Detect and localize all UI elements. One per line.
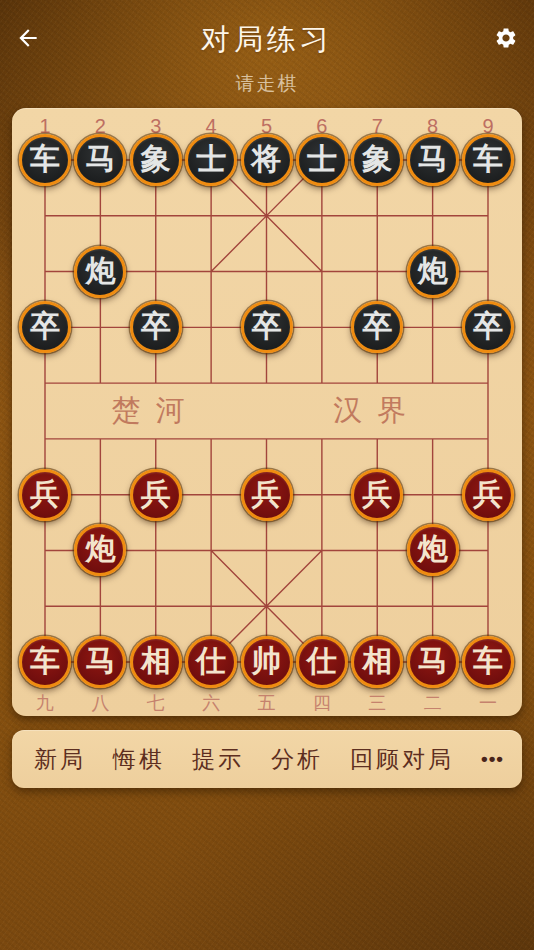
undo-button[interactable]: 悔棋 <box>113 744 165 775</box>
piece-glyph: 炮 <box>85 534 115 564</box>
new-game-button[interactable]: 新局 <box>34 744 86 775</box>
piece-glyph: 卒 <box>362 311 392 341</box>
piece-glyph: 兵 <box>30 479 60 509</box>
piece-red-车[interactable]: 车 <box>462 636 514 688</box>
piece-black-将[interactable]: 将 <box>241 134 293 186</box>
piece-black-马[interactable]: 马 <box>407 134 459 186</box>
piece-black-卒[interactable]: 卒 <box>462 301 514 353</box>
river-label-right: 汉界 <box>333 391 421 431</box>
piece-red-仕[interactable]: 仕 <box>185 636 237 688</box>
piece-glyph: 兵 <box>252 479 282 509</box>
bottom-toolbar: 新局悔棋提示分析回顾对局••• <box>12 730 522 788</box>
piece-red-马[interactable]: 马 <box>407 636 459 688</box>
piece-red-炮[interactable]: 炮 <box>407 524 459 576</box>
more-button[interactable]: ••• <box>481 748 504 770</box>
settings-button[interactable] <box>486 18 526 58</box>
piece-red-兵[interactable]: 兵 <box>462 469 514 521</box>
piece-black-卒[interactable]: 卒 <box>241 301 293 353</box>
review-game-button[interactable]: 回顾对局 <box>350 744 454 775</box>
piece-glyph: 马 <box>418 144 448 174</box>
river-label-left: 楚河 <box>112 391 200 431</box>
piece-black-炮[interactable]: 炮 <box>74 246 126 298</box>
piece-black-象[interactable]: 象 <box>130 134 182 186</box>
piece-glyph: 卒 <box>141 311 171 341</box>
file-label-bottom: 二 <box>424 691 442 715</box>
piece-glyph: 士 <box>196 144 226 174</box>
piece-glyph: 相 <box>362 646 392 676</box>
file-label-bottom: 九 <box>36 691 54 715</box>
piece-black-象[interactable]: 象 <box>351 134 403 186</box>
piece-glyph: 马 <box>418 646 448 676</box>
piece-glyph: 车 <box>30 646 60 676</box>
piece-red-炮[interactable]: 炮 <box>74 524 126 576</box>
piece-glyph: 炮 <box>85 256 115 286</box>
file-label-bottom: 三 <box>368 691 386 715</box>
piece-red-相[interactable]: 相 <box>351 636 403 688</box>
piece-red-兵[interactable]: 兵 <box>351 469 403 521</box>
piece-red-车[interactable]: 车 <box>19 636 71 688</box>
piece-glyph: 象 <box>141 144 171 174</box>
analyze-button[interactable]: 分析 <box>271 744 323 775</box>
piece-glyph: 仕 <box>307 646 337 676</box>
piece-glyph: 兵 <box>141 479 171 509</box>
piece-glyph: 马 <box>85 144 115 174</box>
piece-black-车[interactable]: 车 <box>462 134 514 186</box>
piece-black-马[interactable]: 马 <box>74 134 126 186</box>
piece-black-卒[interactable]: 卒 <box>130 301 182 353</box>
app-bar: 对局练习 <box>0 0 534 60</box>
piece-black-卒[interactable]: 卒 <box>351 301 403 353</box>
piece-black-士[interactable]: 士 <box>296 134 348 186</box>
file-label-bottom: 四 <box>313 691 331 715</box>
piece-glyph: 象 <box>362 144 392 174</box>
piece-red-马[interactable]: 马 <box>74 636 126 688</box>
piece-glyph: 仕 <box>196 646 226 676</box>
gear-icon <box>494 26 518 50</box>
piece-glyph: 帅 <box>252 646 282 676</box>
file-label-bottom: 八 <box>91 691 109 715</box>
piece-glyph: 士 <box>307 144 337 174</box>
file-label-bottom: 一 <box>479 691 497 715</box>
piece-black-车[interactable]: 车 <box>19 134 71 186</box>
piece-glyph: 卒 <box>252 311 282 341</box>
file-label-bottom: 六 <box>202 691 220 715</box>
piece-glyph: 车 <box>30 144 60 174</box>
piece-black-士[interactable]: 士 <box>185 134 237 186</box>
piece-black-炮[interactable]: 炮 <box>407 246 459 298</box>
piece-glyph: 兵 <box>362 479 392 509</box>
piece-glyph: 马 <box>85 646 115 676</box>
piece-glyph: 兵 <box>473 479 503 509</box>
piece-glyph: 将 <box>252 144 282 174</box>
piece-glyph: 炮 <box>418 534 448 564</box>
status-text: 请走棋 <box>0 71 534 97</box>
piece-glyph: 卒 <box>30 311 60 341</box>
xiangqi-board[interactable]: 123456789 楚河 汉界 车马象士将士象马车炮炮卒卒卒卒卒兵兵兵兵兵炮炮车… <box>12 108 522 716</box>
piece-red-仕[interactable]: 仕 <box>296 636 348 688</box>
piece-red-兵[interactable]: 兵 <box>19 469 71 521</box>
file-label-bottom: 七 <box>147 691 165 715</box>
piece-red-兵[interactable]: 兵 <box>241 469 293 521</box>
board-grid <box>12 108 522 716</box>
piece-glyph: 相 <box>141 646 171 676</box>
piece-glyph: 炮 <box>418 256 448 286</box>
piece-black-卒[interactable]: 卒 <box>19 301 71 353</box>
piece-glyph: 车 <box>473 646 503 676</box>
file-label-bottom: 五 <box>258 691 276 715</box>
hint-button[interactable]: 提示 <box>192 744 244 775</box>
piece-red-兵[interactable]: 兵 <box>130 469 182 521</box>
piece-red-相[interactable]: 相 <box>130 636 182 688</box>
piece-glyph: 卒 <box>473 311 503 341</box>
page-title: 对局练习 <box>0 20 534 60</box>
piece-red-帅[interactable]: 帅 <box>241 636 293 688</box>
piece-glyph: 车 <box>473 144 503 174</box>
